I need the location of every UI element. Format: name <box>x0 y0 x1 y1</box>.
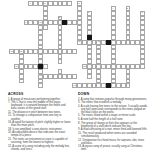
clue-item-across-7: 7. The C that is near the middle of the … <box>8 101 71 110</box>
clue-item-down-3: 3. The notes that establish a melody. <box>78 101 148 104</box>
clue-item-across-22: 22. A score of a song including only the… <box>8 145 71 150</box>
clue-item-down-6: 6. A note half the length of a half note… <box>78 118 148 121</box>
grid-cell[interactable] <box>19 79 24 84</box>
grid-cell[interactable] <box>140 64 145 69</box>
grid-cell[interactable] <box>67 1 72 6</box>
cell-number: 21 <box>73 84 75 86</box>
clue-item-across-20: 20. An adjustable device that indicates … <box>8 131 71 137</box>
cell-number: 9 <box>141 11 142 13</box>
crossword-grid: 123456987101112151316182021 <box>9 1 145 88</box>
clue-item-across-21: 21. The notes an instrument or voice is … <box>8 138 71 144</box>
across-header: ACROSS <box>8 93 71 97</box>
cell-number: 11 <box>78 40 80 42</box>
cell-number: 10 <box>39 21 41 23</box>
clue-item-down-4: 4. A scale having five tones to the octa… <box>78 105 148 114</box>
cell-number: 12 <box>98 40 100 42</box>
across-clue-list: 1. A group of musicians performing toget… <box>8 98 71 150</box>
cell-number: 15 <box>10 50 12 52</box>
grid-cell[interactable] <box>43 64 48 69</box>
clue-item-across-15: 15. To change a composition from one key… <box>8 114 71 120</box>
clue-item-down-8: 8. The group of sharps or flats that app… <box>78 122 148 128</box>
cell-number: 13 <box>20 50 22 52</box>
clue-lists: ACROSS 1. A group of musicians performin… <box>8 93 148 150</box>
across-clues-column: ACROSS 1. A group of musicians performin… <box>8 93 71 150</box>
grid-cell[interactable] <box>72 74 77 79</box>
cell-number: 20 <box>39 74 41 76</box>
clue-item-down-10: 10. The result produced when tones are s… <box>78 132 148 138</box>
cell-number: 1 <box>30 2 31 4</box>
cell-number: 16 <box>15 65 17 67</box>
clue-item-down-13: 13. A joyous song of praise, usually sun… <box>78 145 148 150</box>
grid-cell[interactable] <box>126 83 131 88</box>
grid-cell[interactable] <box>38 83 43 88</box>
cell-number: 4 <box>112 7 113 9</box>
cell-number: 5 <box>127 7 128 9</box>
cell-number: 6 <box>88 11 89 13</box>
cell-number: 7 <box>25 21 26 23</box>
grid-cell[interactable] <box>43 25 48 30</box>
cell-number: 8 <box>59 16 60 18</box>
clue-item-down-9: 9. A triad consisting of a root, minor t… <box>78 128 148 131</box>
down-clues-column: DOWN 2. A song that remains popular thro… <box>78 93 148 150</box>
cell-number: 18 <box>83 65 85 67</box>
grid-cell[interactable] <box>58 59 63 64</box>
clue-item-down-12: 12. Designation for choral music for sop… <box>78 139 148 145</box>
cell-number: 2 <box>44 2 45 4</box>
cell-number: 3 <box>78 2 79 4</box>
grid-cell[interactable] <box>72 49 77 54</box>
clue-item-across-16: 16. A rapid fluctuation of pitch slightl… <box>8 121 71 127</box>
grid-cell[interactable] <box>87 74 92 79</box>
down-clue-list: 2. A song that remains popular through m… <box>78 98 148 150</box>
down-header: DOWN <box>78 93 148 97</box>
